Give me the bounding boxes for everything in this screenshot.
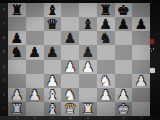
file-label-c: c — [49, 116, 57, 120]
chessboard-photo: ♜♝♜♚♛♝♟♟♟♟♟♞♞♟♟♟♟♟♟♞♟♟♟♝♞♟♟♜♝♛♜♚ 8765432… — [0, 0, 160, 120]
piece-black-king[interactable]: ♚ — [117, 3, 130, 17]
rank-label-5: 5 — [0, 50, 8, 54]
board-frame-bottom — [0, 116, 160, 120]
square-e4[interactable]: ♟ — [79, 60, 97, 74]
file-label-a: a — [13, 116, 21, 120]
piece-black-pawn[interactable]: ♟ — [46, 45, 59, 59]
square-a4[interactable] — [8, 60, 26, 74]
piece-white-pawn[interactable]: ♟ — [64, 59, 77, 73]
white-indicator-dot — [150, 68, 155, 73]
piece-black-pawn[interactable]: ♟ — [82, 45, 95, 59]
square-b8[interactable] — [26, 3, 44, 17]
board-frame-left — [0, 0, 8, 120]
square-h2[interactable] — [132, 88, 150, 102]
square-f2[interactable]: ♟ — [97, 88, 115, 102]
piece-white-rook[interactable]: ♜ — [11, 101, 24, 115]
square-e1[interactable]: ♜ — [79, 102, 97, 116]
piece-black-queen[interactable]: ♛ — [46, 17, 59, 31]
piece-black-pawn[interactable]: ♟ — [99, 17, 112, 31]
rank-label-4: 4 — [0, 65, 8, 69]
square-h3[interactable]: ♟ — [132, 74, 150, 88]
square-c1[interactable]: ♝ — [44, 102, 62, 116]
square-h5[interactable] — [132, 45, 150, 59]
square-d1[interactable]: ♛ — [61, 102, 79, 116]
piece-white-pawn[interactable]: ♟ — [99, 87, 112, 101]
square-a8[interactable]: ♜ — [8, 3, 26, 17]
piece-white-knight[interactable]: ♞ — [64, 87, 77, 101]
chess-board: ♜♝♜♚♛♝♟♟♟♟♟♞♞♟♟♟♟♟♟♞♟♟♟♝♞♟♟♜♝♛♜♚ — [8, 3, 150, 116]
piece-white-pawn[interactable]: ♟ — [28, 87, 41, 101]
piece-black-rook[interactable]: ♜ — [99, 3, 112, 17]
piece-black-knight[interactable]: ♞ — [11, 45, 24, 59]
square-g5[interactable] — [115, 45, 133, 59]
rank-label-7: 7 — [0, 22, 8, 26]
file-label-e: e — [84, 116, 92, 120]
file-label-f: f — [102, 116, 110, 120]
rank-label-8: 8 — [0, 8, 8, 12]
square-c7[interactable]: ♛ — [44, 17, 62, 31]
square-b7[interactable] — [26, 17, 44, 31]
piece-white-king[interactable]: ♚ — [117, 101, 130, 115]
piece-white-knight[interactable]: ♞ — [99, 73, 112, 87]
square-d6[interactable]: ♟ — [61, 31, 79, 45]
piece-black-pawn[interactable]: ♟ — [135, 17, 148, 31]
square-b5[interactable]: ♟ — [26, 45, 44, 59]
piece-white-rook[interactable]: ♜ — [82, 101, 95, 115]
square-a1[interactable]: ♜ — [8, 102, 26, 116]
square-f6[interactable]: ♞ — [97, 31, 115, 45]
file-label-g: g — [120, 116, 128, 120]
red-indicator-dot — [150, 39, 154, 44]
square-e3[interactable] — [79, 74, 97, 88]
square-g6[interactable] — [115, 31, 133, 45]
square-h6[interactable] — [132, 31, 150, 45]
file-label-h: h — [137, 116, 145, 120]
file-label-d: d — [66, 116, 74, 120]
rank-label-6: 6 — [0, 36, 8, 40]
piece-black-pawn[interactable]: ♟ — [11, 31, 24, 45]
square-c5[interactable]: ♟ — [44, 45, 62, 59]
piece-white-pawn[interactable]: ♟ — [46, 73, 59, 87]
square-b1[interactable] — [26, 102, 44, 116]
square-d8[interactable] — [61, 3, 79, 17]
square-d4[interactable]: ♟ — [61, 60, 79, 74]
square-b4[interactable] — [26, 60, 44, 74]
board-frame-right — [150, 0, 160, 120]
square-a5[interactable]: ♞ — [8, 45, 26, 59]
rank-label-1: 1 — [0, 107, 8, 111]
piece-black-pawn[interactable]: ♟ — [28, 45, 41, 59]
white-speck-marks — [149, 48, 155, 52]
rank-label-3: 3 — [0, 79, 8, 83]
piece-white-bishop[interactable]: ♝ — [46, 101, 59, 115]
file-label-b: b — [31, 116, 39, 120]
piece-white-pawn[interactable]: ♟ — [135, 73, 148, 87]
square-f1[interactable] — [97, 102, 115, 116]
piece-white-pawn[interactable]: ♟ — [82, 59, 95, 73]
piece-black-bishop[interactable]: ♝ — [82, 17, 95, 31]
piece-black-rook[interactable]: ♜ — [11, 3, 24, 17]
square-g4[interactable] — [115, 60, 133, 74]
piece-black-bishop[interactable]: ♝ — [46, 3, 59, 17]
rank-label-2: 2 — [0, 93, 8, 97]
square-b2[interactable]: ♟ — [26, 88, 44, 102]
square-h1[interactable] — [132, 102, 150, 116]
square-g1[interactable]: ♚ — [115, 102, 133, 116]
piece-black-knight[interactable]: ♞ — [99, 31, 112, 45]
piece-black-pawn[interactable]: ♟ — [117, 17, 130, 31]
piece-black-pawn[interactable]: ♟ — [64, 31, 77, 45]
square-g7[interactable]: ♟ — [115, 17, 133, 31]
square-f5[interactable] — [97, 45, 115, 59]
square-h7[interactable]: ♟ — [132, 17, 150, 31]
piece-white-pawn[interactable]: ♟ — [117, 87, 130, 101]
piece-white-queen[interactable]: ♛ — [64, 101, 77, 115]
piece-white-bishop[interactable]: ♝ — [46, 87, 59, 101]
piece-white-pawn[interactable]: ♟ — [11, 87, 24, 101]
square-e7[interactable]: ♝ — [79, 17, 97, 31]
